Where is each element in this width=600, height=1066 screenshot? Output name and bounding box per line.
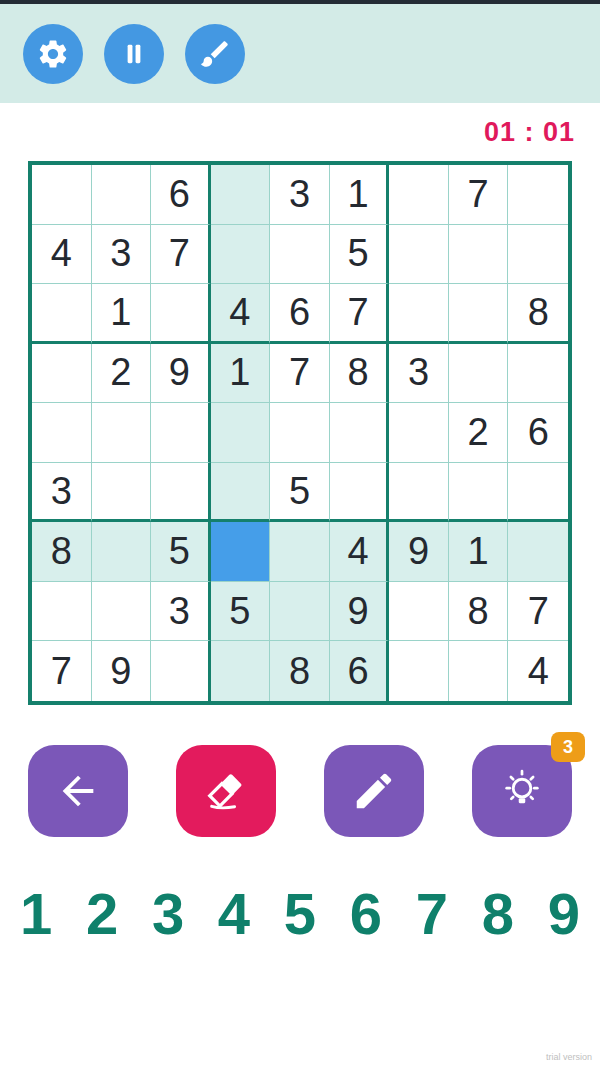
cell-r9c7[interactable] (389, 641, 449, 701)
cell-r8c3[interactable]: 3 (151, 582, 211, 642)
cell-r2c6[interactable]: 5 (330, 225, 390, 285)
gear-icon (36, 37, 70, 71)
sudoku-board: 63174375146782917832635854913598779864 (28, 161, 572, 705)
cell-r4c6[interactable]: 8 (330, 344, 390, 404)
cell-r3c8[interactable] (449, 284, 509, 344)
cell-r2c8[interactable] (449, 225, 509, 285)
cell-r6c2[interactable] (92, 463, 152, 523)
cell-r3c6[interactable]: 7 (330, 284, 390, 344)
timer: 01 : 01 (484, 117, 575, 148)
cell-r2c2[interactable]: 3 (92, 225, 152, 285)
undo-button[interactable] (28, 745, 128, 837)
cell-r7c8[interactable]: 1 (449, 522, 509, 582)
cell-r1c6[interactable]: 1 (330, 165, 390, 225)
cell-r5c7[interactable] (389, 403, 449, 463)
hint-button[interactable]: 3 (472, 745, 572, 837)
cell-r3c3[interactable] (151, 284, 211, 344)
cell-r8c5[interactable] (270, 582, 330, 642)
cell-r7c2[interactable] (92, 522, 152, 582)
timer-row: 01 : 01 (0, 103, 600, 161)
cell-r5c5[interactable] (270, 403, 330, 463)
paintbrush-icon (198, 37, 232, 71)
cell-r2c9[interactable] (508, 225, 568, 285)
cell-r3c4[interactable]: 4 (211, 284, 271, 344)
theme-button[interactable] (185, 24, 245, 84)
cell-r4c3[interactable]: 9 (151, 344, 211, 404)
cell-r8c1[interactable] (32, 582, 92, 642)
cell-r4c1[interactable] (32, 344, 92, 404)
cell-r9c2[interactable]: 9 (92, 641, 152, 701)
cell-r8c9[interactable]: 7 (508, 582, 568, 642)
cell-r1c2[interactable] (92, 165, 152, 225)
hint-count-badge: 3 (551, 732, 585, 762)
cell-r7c5[interactable] (270, 522, 330, 582)
notes-button[interactable] (324, 745, 424, 837)
cell-r7c3[interactable]: 5 (151, 522, 211, 582)
cell-r6c3[interactable] (151, 463, 211, 523)
cell-r7c4[interactable] (211, 522, 271, 582)
cell-r5c4[interactable] (211, 403, 271, 463)
cell-r9c5[interactable]: 8 (270, 641, 330, 701)
trial-version-label: trial version (546, 1052, 592, 1062)
cell-r3c5[interactable]: 6 (270, 284, 330, 344)
numpad-4[interactable]: 4 (218, 885, 250, 943)
cell-r6c1[interactable]: 3 (32, 463, 92, 523)
cell-r7c1[interactable]: 8 (32, 522, 92, 582)
cell-r8c4[interactable]: 5 (211, 582, 271, 642)
cell-r8c6[interactable]: 9 (330, 582, 390, 642)
cell-r7c7[interactable]: 9 (389, 522, 449, 582)
cell-r4c5[interactable]: 7 (270, 344, 330, 404)
cell-r9c1[interactable]: 7 (32, 641, 92, 701)
action-toolbar: 3 (0, 745, 600, 837)
cell-r4c9[interactable] (508, 344, 568, 404)
cell-r8c2[interactable] (92, 582, 152, 642)
numpad-1[interactable]: 1 (20, 885, 52, 943)
cell-r6c9[interactable] (508, 463, 568, 523)
cell-r2c7[interactable] (389, 225, 449, 285)
pause-icon (117, 37, 151, 71)
cell-r1c4[interactable] (211, 165, 271, 225)
cell-r1c3[interactable]: 6 (151, 165, 211, 225)
cell-r9c6[interactable]: 6 (330, 641, 390, 701)
cell-r8c8[interactable]: 8 (449, 582, 509, 642)
numpad-7[interactable]: 7 (416, 885, 448, 943)
cell-r1c8[interactable]: 7 (449, 165, 509, 225)
cell-r4c8[interactable] (449, 344, 509, 404)
cell-r4c2[interactable]: 2 (92, 344, 152, 404)
numpad-8[interactable]: 8 (482, 885, 514, 943)
cell-r3c7[interactable] (389, 284, 449, 344)
settings-button[interactable] (23, 24, 83, 84)
cell-r2c3[interactable]: 7 (151, 225, 211, 285)
cell-r9c3[interactable] (151, 641, 211, 701)
cell-r2c1[interactable]: 4 (32, 225, 92, 285)
cell-r9c8[interactable] (449, 641, 509, 701)
numpad-2[interactable]: 2 (86, 885, 118, 943)
cell-r9c4[interactable] (211, 641, 271, 701)
cell-r1c9[interactable] (508, 165, 568, 225)
cell-r1c1[interactable] (32, 165, 92, 225)
cell-r1c5[interactable]: 3 (270, 165, 330, 225)
cell-r6c6[interactable] (330, 463, 390, 523)
cell-r1c7[interactable] (389, 165, 449, 225)
cell-r5c1[interactable] (32, 403, 92, 463)
cell-r6c7[interactable] (389, 463, 449, 523)
cell-r3c1[interactable] (32, 284, 92, 344)
cell-r3c9[interactable]: 8 (508, 284, 568, 344)
cell-r3c2[interactable]: 1 (92, 284, 152, 344)
pause-button[interactable] (104, 24, 164, 84)
numpad-5[interactable]: 5 (284, 885, 316, 943)
cell-r5c8[interactable]: 2 (449, 403, 509, 463)
eraser-icon (203, 768, 249, 814)
cell-r4c7[interactable]: 3 (389, 344, 449, 404)
numpad-3[interactable]: 3 (152, 885, 184, 943)
number-pad: 1 2 3 4 5 6 7 8 9 (0, 885, 600, 943)
cell-r8c7[interactable] (389, 582, 449, 642)
numpad-9[interactable]: 9 (548, 885, 580, 943)
pencil-icon (351, 768, 397, 814)
cell-r7c6[interactable]: 4 (330, 522, 390, 582)
eraser-button[interactable] (176, 745, 276, 837)
cell-r5c2[interactable] (92, 403, 152, 463)
cell-r6c4[interactable] (211, 463, 271, 523)
cell-r2c4[interactable] (211, 225, 271, 285)
cell-r5c9[interactable]: 6 (508, 403, 568, 463)
arrow-left-icon (55, 768, 101, 814)
cell-r5c3[interactable] (151, 403, 211, 463)
lightbulb-icon (499, 768, 545, 814)
cell-r9c9[interactable]: 4 (508, 641, 568, 701)
numpad-6[interactable]: 6 (350, 885, 382, 943)
cell-r4c4[interactable]: 1 (211, 344, 271, 404)
cell-r5c6[interactable] (330, 403, 390, 463)
cell-r2c5[interactable] (270, 225, 330, 285)
cell-r7c9[interactable] (508, 522, 568, 582)
cell-r6c5[interactable]: 5 (270, 463, 330, 523)
cell-r6c8[interactable] (449, 463, 509, 523)
top-bar (0, 4, 600, 103)
